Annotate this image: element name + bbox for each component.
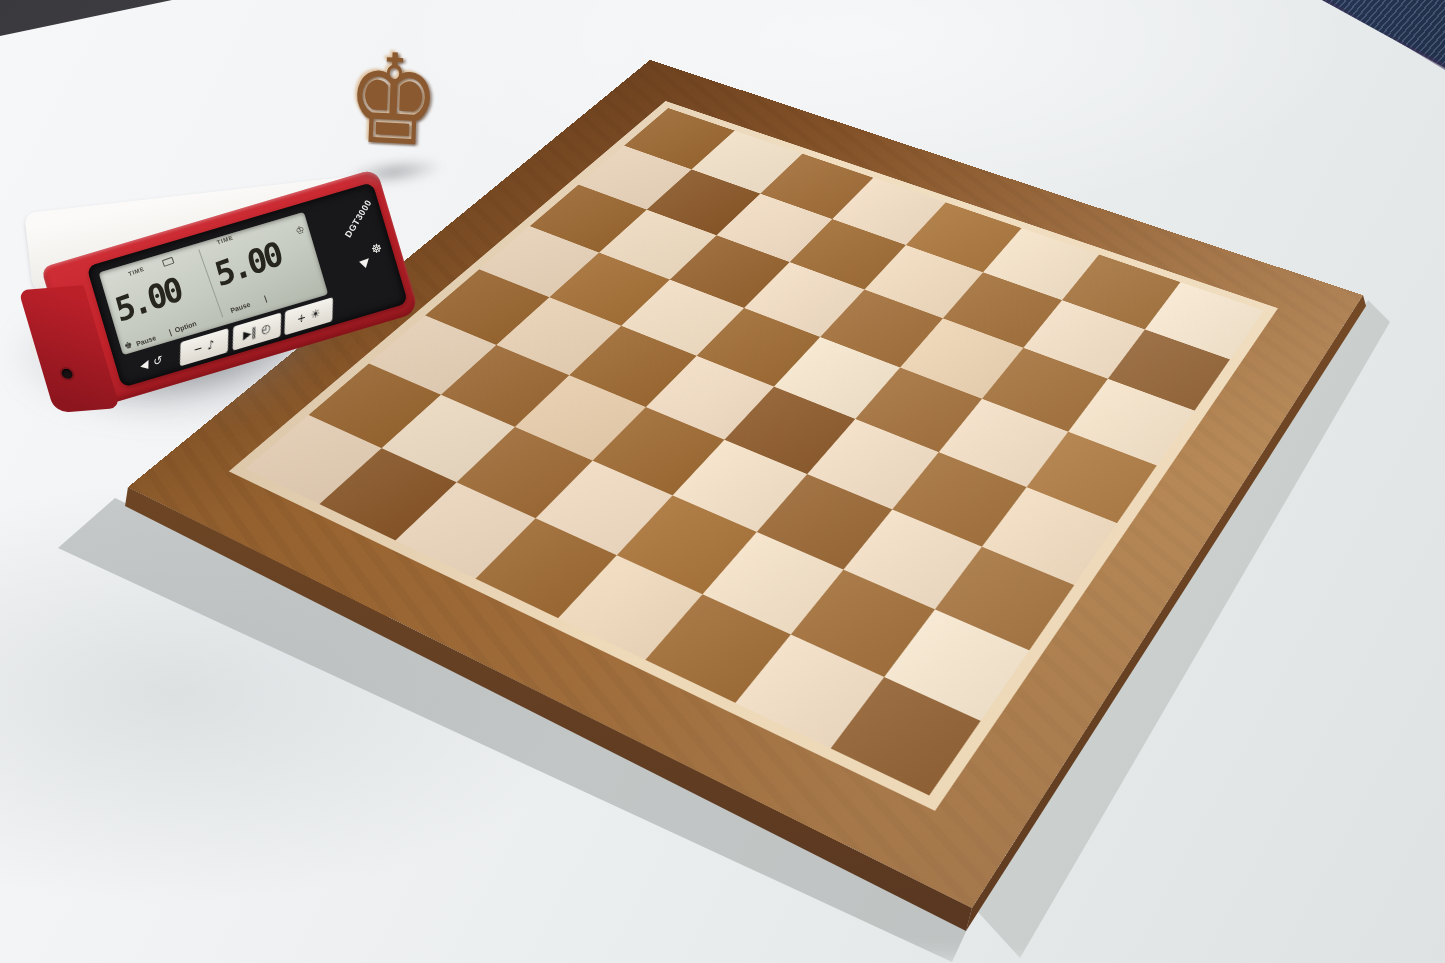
play-pause-icon: ▶‖ [242,325,256,343]
brand-label: DGT3000 [343,198,374,239]
wooden-king-piece: ♚ [345,36,443,165]
label-separator-right: ❘ [261,294,269,304]
pause-label-right: Pause [229,301,251,314]
undo-icon: ↺ [153,353,162,369]
mode-label-right: TIME [216,234,234,245]
label-separator-left: ❘ [166,328,174,338]
time-display-left: 5.00 [111,270,185,330]
timer-icon: ◴ [261,321,271,337]
mode-label-left: TIME [128,266,146,277]
move-indicator-king-icon-left: ♚ [123,339,134,351]
option-label: Option [174,320,198,334]
minus-icon: − [193,341,202,357]
back-icon: ◀ [140,357,148,373]
sound-icon: ♪ [207,337,214,353]
settings-icon: ☸ [368,240,386,257]
battery-icon [162,257,175,267]
forward-icon: ▶ [357,253,374,269]
brightness-icon: ☀ [311,306,321,322]
move-indicator-king-icon-right: ♔ [294,223,306,236]
plus-icon: + [297,310,306,326]
audio-jack-hole [61,369,74,379]
pause-label-left: Pause [135,334,157,347]
product-photo-scene: TIME TIME 5.00 5.00 ♚ ♔ Pause ❘ Option P… [0,0,1445,963]
forward-settings-button[interactable]: ▶ ☸ [357,240,386,269]
